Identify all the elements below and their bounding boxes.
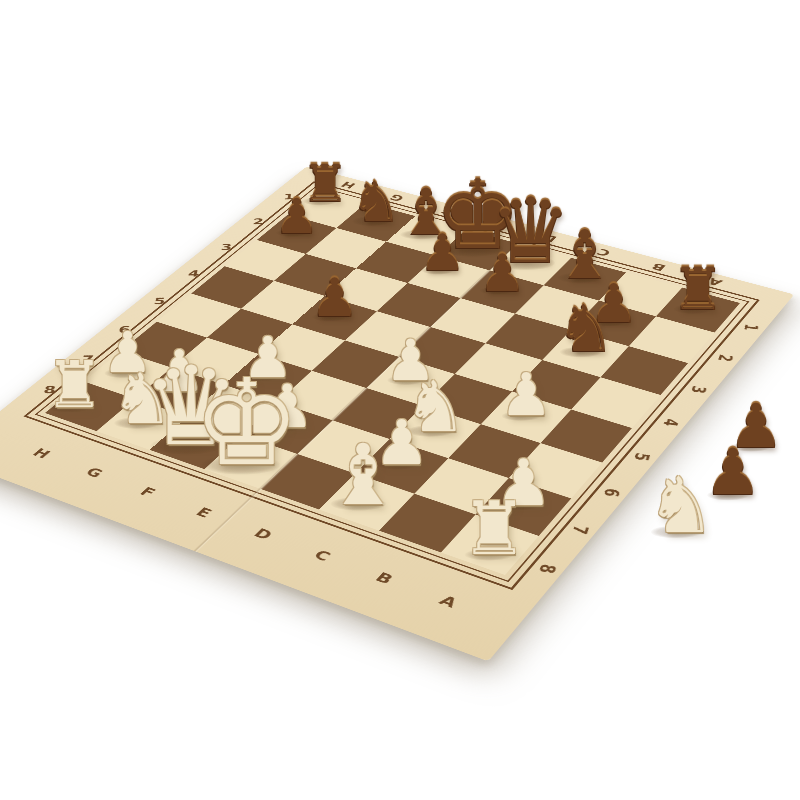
piece-dark-pawn-h2[interactable]: ♟ [275,192,318,240]
piece-dark-rook-a1[interactable]: ♜ [672,260,724,318]
pieces-layer: ♜♝♛♚♝♞♜♟♟♟♟♞♟♟♟♞♟♟♟♟♟♟♜♝♚♛♞♜♞♟♟ [0,0,800,800]
piece-light-pawn-b5[interactable]: ♟ [500,366,553,425]
piece-dark-pawn-d2[interactable]: ♟ [479,247,525,299]
piece-light-knight-off-board[interactable]: ♞ [646,467,715,544]
piece-dark-knight-g1[interactable]: ♞ [351,174,401,230]
chess-product-photo: HGFEDCBAHGFEDCBA1234567812345678 ♜♝♛♚♝♞♜… [0,0,800,800]
piece-dark-pawn-f4[interactable]: ♟ [311,272,359,325]
piece-light-rook-a8[interactable]: ♜ [461,492,527,566]
piece-dark-knight-b3[interactable]: ♞ [557,297,615,362]
piece-light-rook-h8[interactable]: ♜ [45,353,103,418]
piece-light-bishop-c8[interactable]: ♝ [326,433,401,517]
piece-dark-pawn-e2[interactable]: ♟ [420,228,465,279]
piece-light-king-e8[interactable]: ♚ [193,363,300,482]
